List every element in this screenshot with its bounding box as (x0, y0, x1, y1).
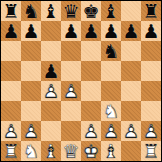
square-f8[interactable]: ♝ (101, 1, 121, 21)
square-d3[interactable] (61, 101, 81, 121)
square-f4[interactable] (101, 81, 121, 101)
piece-black-pawn[interactable]: ♟ (61, 21, 81, 41)
square-f7[interactable]: ♟ (101, 21, 121, 41)
white-piece-outline: ♙ (141, 121, 161, 141)
square-c6[interactable] (41, 41, 61, 61)
square-c7[interactable] (41, 21, 61, 41)
square-a4[interactable] (1, 81, 21, 101)
piece-white-king[interactable]: ♚♔ (81, 141, 101, 161)
black-piece-fill: ♟ (1, 21, 21, 41)
square-h2[interactable]: ♟♙ (141, 121, 161, 141)
square-d2[interactable] (61, 121, 81, 141)
square-c4[interactable]: ♟♙ (41, 81, 61, 101)
square-g2[interactable]: ♟♙ (121, 121, 141, 141)
square-a2[interactable]: ♟♙ (1, 121, 21, 141)
square-e3[interactable] (81, 101, 101, 121)
white-piece-outline: ♘ (101, 101, 121, 121)
black-piece-fill: ♟ (101, 21, 121, 41)
square-e5[interactable] (81, 61, 101, 81)
white-piece-outline: ♙ (121, 121, 141, 141)
piece-black-rook[interactable]: ♜ (141, 1, 161, 21)
square-e8[interactable]: ♚ (81, 1, 101, 21)
piece-black-pawn[interactable]: ♟ (81, 21, 101, 41)
square-b1[interactable]: ♞♘ (21, 141, 41, 161)
piece-black-pawn[interactable]: ♟ (21, 21, 41, 41)
white-piece-outline: ♗ (101, 141, 121, 161)
piece-white-knight[interactable]: ♞♘ (21, 141, 41, 161)
black-piece-fill: ♟ (121, 21, 141, 41)
white-piece-outline: ♖ (141, 141, 161, 161)
chess-app-window: ♜♞♝♛♚♝♜♟♟♟♟♟♟♟♞♟♟♙♟♙♞♘♟♙♟♙♟♙♟♙♟♙♟♙♜♖♞♘♝♗… (0, 0, 162, 162)
piece-white-rook[interactable]: ♜♖ (1, 141, 21, 161)
square-b5[interactable] (21, 61, 41, 81)
black-piece-fill: ♟ (61, 21, 81, 41)
black-piece-fill: ♝ (41, 1, 61, 21)
black-piece-fill: ♜ (1, 1, 21, 21)
square-g4[interactable] (121, 81, 141, 101)
black-piece-fill: ♟ (41, 61, 61, 81)
black-piece-fill: ♚ (81, 1, 101, 21)
square-e6[interactable] (81, 41, 101, 61)
black-piece-fill: ♞ (101, 41, 121, 61)
black-piece-fill: ♜ (141, 1, 161, 21)
square-e4[interactable] (81, 81, 101, 101)
square-d4[interactable]: ♟♙ (61, 81, 81, 101)
white-piece-outline: ♙ (1, 121, 21, 141)
square-g3[interactable] (121, 101, 141, 121)
piece-black-king[interactable]: ♚ (81, 1, 101, 21)
piece-white-pawn[interactable]: ♟♙ (81, 121, 101, 141)
white-piece-outline: ♙ (81, 121, 101, 141)
square-a3[interactable] (1, 101, 21, 121)
square-b2[interactable]: ♟♙ (21, 121, 41, 141)
square-e1[interactable]: ♚♔ (81, 141, 101, 161)
square-c3[interactable] (41, 101, 61, 121)
white-piece-outline: ♙ (61, 81, 81, 101)
square-d1[interactable]: ♛♕ (61, 141, 81, 161)
piece-black-rook[interactable]: ♜ (1, 1, 21, 21)
square-g8[interactable] (121, 1, 141, 21)
square-g1[interactable] (121, 141, 141, 161)
piece-black-pawn[interactable]: ♟ (141, 21, 161, 41)
square-a1[interactable]: ♜♖ (1, 141, 21, 161)
white-piece-outline: ♙ (41, 81, 61, 101)
piece-white-bishop[interactable]: ♝♗ (101, 141, 121, 161)
piece-black-pawn[interactable]: ♟ (41, 61, 61, 81)
piece-white-pawn[interactable]: ♟♙ (41, 81, 61, 101)
square-f2[interactable]: ♟♙ (101, 121, 121, 141)
square-h5[interactable] (141, 61, 161, 81)
black-piece-fill: ♟ (141, 21, 161, 41)
square-h1[interactable]: ♜♖ (141, 141, 161, 161)
square-h3[interactable] (141, 101, 161, 121)
piece-white-pawn[interactable]: ♟♙ (1, 121, 21, 141)
chess-board: ♜♞♝♛♚♝♜♟♟♟♟♟♟♟♞♟♟♙♟♙♞♘♟♙♟♙♟♙♟♙♟♙♟♙♜♖♞♘♝♗… (1, 1, 161, 161)
square-e7[interactable]: ♟ (81, 21, 101, 41)
white-piece-outline: ♔ (81, 141, 101, 161)
square-f5[interactable] (101, 61, 121, 81)
piece-black-knight[interactable]: ♞ (101, 41, 121, 61)
piece-white-pawn[interactable]: ♟♙ (121, 121, 141, 141)
white-piece-outline: ♕ (61, 141, 81, 161)
square-f1[interactable]: ♝♗ (101, 141, 121, 161)
square-f6[interactable]: ♞ (101, 41, 121, 61)
black-piece-fill: ♟ (81, 21, 101, 41)
square-a5[interactable] (1, 61, 21, 81)
square-c5[interactable]: ♟ (41, 61, 61, 81)
piece-white-knight[interactable]: ♞♘ (101, 101, 121, 121)
piece-white-rook[interactable]: ♜♖ (141, 141, 161, 161)
square-b7[interactable]: ♟ (21, 21, 41, 41)
piece-white-pawn[interactable]: ♟♙ (101, 121, 121, 141)
black-piece-fill: ♞ (21, 1, 41, 21)
white-piece-outline: ♖ (1, 141, 21, 161)
piece-black-pawn[interactable]: ♟ (121, 21, 141, 41)
square-b8[interactable]: ♞ (21, 1, 41, 21)
square-a7[interactable]: ♟ (1, 21, 21, 41)
square-d5[interactable] (61, 61, 81, 81)
white-piece-outline: ♙ (21, 121, 41, 141)
square-b6[interactable] (21, 41, 41, 61)
square-c1[interactable]: ♝♗ (41, 141, 61, 161)
piece-white-pawn[interactable]: ♟♙ (141, 121, 161, 141)
piece-white-pawn[interactable]: ♟♙ (61, 81, 81, 101)
square-d6[interactable] (61, 41, 81, 61)
black-piece-fill: ♟ (21, 21, 41, 41)
square-h4[interactable] (141, 81, 161, 101)
piece-white-pawn[interactable]: ♟♙ (21, 121, 41, 141)
square-d7[interactable]: ♟ (61, 21, 81, 41)
piece-black-queen[interactable]: ♛ (61, 1, 81, 21)
square-d8[interactable]: ♛ (61, 1, 81, 21)
square-g6[interactable] (121, 41, 141, 61)
piece-black-pawn[interactable]: ♟ (1, 21, 21, 41)
black-piece-fill: ♝ (101, 1, 121, 21)
square-g7[interactable]: ♟ (121, 21, 141, 41)
white-piece-outline: ♙ (101, 121, 121, 141)
square-b3[interactable] (21, 101, 41, 121)
square-f3[interactable]: ♞♘ (101, 101, 121, 121)
piece-white-bishop[interactable]: ♝♗ (41, 141, 61, 161)
square-c2[interactable] (41, 121, 61, 141)
piece-black-bishop[interactable]: ♝ (41, 1, 61, 21)
square-a6[interactable] (1, 41, 21, 61)
square-e2[interactable]: ♟♙ (81, 121, 101, 141)
piece-white-queen[interactable]: ♛♕ (61, 141, 81, 161)
square-g5[interactable] (121, 61, 141, 81)
black-piece-fill: ♛ (61, 1, 81, 21)
square-h8[interactable]: ♜ (141, 1, 161, 21)
square-c8[interactable]: ♝ (41, 1, 61, 21)
square-a8[interactable]: ♜ (1, 1, 21, 21)
piece-black-pawn[interactable]: ♟ (101, 21, 121, 41)
square-b4[interactable] (21, 81, 41, 101)
piece-black-bishop[interactable]: ♝ (101, 1, 121, 21)
square-h7[interactable]: ♟ (141, 21, 161, 41)
square-h6[interactable] (141, 41, 161, 61)
piece-black-knight[interactable]: ♞ (21, 1, 41, 21)
white-piece-outline: ♘ (21, 141, 41, 161)
white-piece-outline: ♗ (41, 141, 61, 161)
